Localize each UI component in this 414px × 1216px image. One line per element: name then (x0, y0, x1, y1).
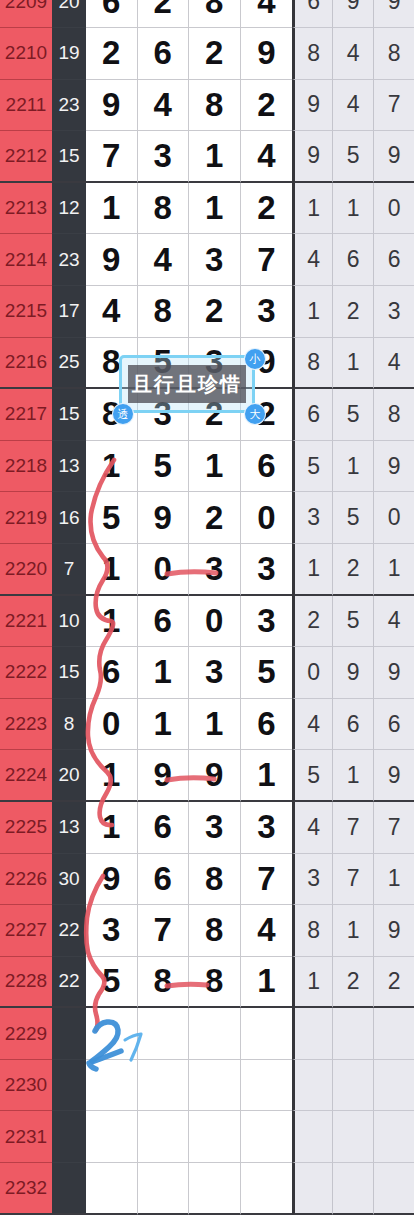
main-digit-cell: 9 (138, 492, 190, 544)
extra-digit-cell: 5 (333, 596, 374, 648)
main-digit-cell (86, 1060, 138, 1112)
sum-cell: 15 (52, 647, 86, 699)
main-digit-cell: 1 (86, 441, 138, 493)
extra-digit-cell: 8 (374, 28, 414, 80)
issue-cell: 2226 (0, 854, 52, 906)
main-digit-cell: 2 (189, 28, 241, 80)
main-digit-cell: 4 (138, 80, 190, 132)
extra-digit-cell: 1 (333, 183, 374, 235)
issue-cell: 2227 (0, 905, 52, 957)
extra-digit-cell: 5 (333, 389, 374, 441)
main-digit-cell: 7 (86, 131, 138, 183)
sum-cell: 15 (52, 389, 86, 441)
main-digit-cell: 1 (86, 802, 138, 854)
main-digit-cell: 8 (189, 957, 241, 1009)
extra-digit-cell: 2 (333, 286, 374, 338)
main-digit-cell: 8 (138, 286, 190, 338)
extra-digit-cell: 1 (292, 544, 333, 596)
main-digit-cell: 3 (241, 286, 293, 338)
issue-cell: 2215 (0, 286, 52, 338)
main-digit-cell: 2 (138, 0, 190, 28)
watermark-selection-box[interactable]: 且行且珍惜 小 透 大 (119, 355, 255, 413)
main-digit-cell (138, 1060, 190, 1112)
main-digit-cell: 3 (241, 544, 293, 596)
row-2210: 2210192629848 (0, 28, 414, 80)
issue-cell: 2213 (0, 183, 52, 235)
extra-digit-cell: 4 (292, 234, 333, 286)
row-2229: 2229 (0, 1008, 414, 1060)
main-digit-cell: 3 (189, 234, 241, 286)
main-digit-cell (86, 1163, 138, 1215)
extra-digit-cell: 5 (292, 441, 333, 493)
row-2218: 2218131516519 (0, 441, 414, 493)
sum-cell: 20 (52, 750, 86, 802)
sum-cell (52, 1060, 86, 1112)
main-digit-cell: 1 (86, 750, 138, 802)
sum-cell: 10 (52, 596, 86, 648)
main-digit-cell: 1 (138, 647, 190, 699)
sum-cell: 22 (52, 905, 86, 957)
main-digit-cell: 8 (138, 957, 190, 1009)
issue-cell: 2214 (0, 234, 52, 286)
row-2230: 2230 (0, 1060, 414, 1112)
extra-digit-cell: 9 (374, 750, 414, 802)
extra-digit-cell (292, 1163, 333, 1215)
sum-cell: 15 (52, 131, 86, 183)
extra-digit-cell (374, 1008, 414, 1060)
extra-digit-cell (292, 1111, 333, 1163)
main-digit-cell: 9 (86, 854, 138, 906)
extra-digit-cell: 5 (333, 131, 374, 183)
issue-cell: 2223 (0, 699, 52, 751)
row-2212: 2212157314959 (0, 131, 414, 183)
main-digit-cell (241, 1008, 293, 1060)
extra-digit-cell: 6 (292, 0, 333, 28)
issue-cell: 2209 (0, 0, 52, 28)
extra-digit-cell (333, 1163, 374, 1215)
extra-digit-cell: 9 (374, 441, 414, 493)
extra-digit-cell (333, 1111, 374, 1163)
main-digit-cell: 1 (189, 131, 241, 183)
extra-digit-cell: 1 (374, 854, 414, 906)
extra-digit-cell: 2 (333, 544, 374, 596)
extra-digit-cell: 1 (333, 441, 374, 493)
extra-digit-cell: 4 (374, 596, 414, 648)
issue-cell: 2218 (0, 441, 52, 493)
sum-cell: 17 (52, 286, 86, 338)
extra-digit-cell: 9 (333, 647, 374, 699)
extra-digit-cell (292, 1060, 333, 1112)
extra-digit-cell: 9 (333, 0, 374, 28)
row-2227: 2227223784819 (0, 905, 414, 957)
main-digit-cell: 6 (241, 699, 293, 751)
row-2211: 2211239482947 (0, 80, 414, 132)
watermark-transparency-handle[interactable]: 透 (112, 403, 134, 425)
extra-digit-cell: 1 (333, 905, 374, 957)
main-digit-cell: 0 (86, 699, 138, 751)
row-2209: 2209206284699 (0, 0, 414, 28)
extra-digit-cell: 9 (374, 905, 414, 957)
issue-cell: 2222 (0, 647, 52, 699)
extra-digit-cell: 1 (292, 957, 333, 1009)
main-digit-cell: 3 (189, 544, 241, 596)
main-digit-cell: 0 (138, 544, 190, 596)
main-digit-cell: 1 (241, 750, 293, 802)
main-digit-cell: 9 (86, 234, 138, 286)
sum-cell (52, 1008, 86, 1060)
row-2221: 2221101603254 (0, 596, 414, 648)
extra-digit-cell: 5 (333, 492, 374, 544)
main-digit-cell (86, 1111, 138, 1163)
extra-digit-cell: 6 (374, 699, 414, 751)
extra-digit-cell (333, 1060, 374, 1112)
extra-digit-cell: 1 (333, 338, 374, 390)
issue-cell: 2216 (0, 338, 52, 390)
row-2220: 222071033121 (0, 544, 414, 596)
extra-digit-cell: 7 (374, 802, 414, 854)
main-digit-cell: 8 (189, 905, 241, 957)
lottery-trend-board: 2209206284699221019262984822112394829472… (0, 0, 414, 1215)
main-digit-cell: 9 (241, 28, 293, 80)
main-digit-cell: 7 (241, 234, 293, 286)
main-digit-cell (138, 1111, 190, 1163)
main-digit-cell: 6 (138, 28, 190, 80)
extra-digit-cell: 7 (374, 80, 414, 132)
issue-cell: 2230 (0, 1060, 52, 1112)
sum-cell: 23 (52, 234, 86, 286)
main-digit-cell: 1 (189, 441, 241, 493)
row-2222: 2222156135099 (0, 647, 414, 699)
extra-digit-cell: 8 (292, 28, 333, 80)
main-digit-cell: 9 (138, 750, 190, 802)
extra-digit-cell (292, 1008, 333, 1060)
extra-digit-cell: 2 (292, 596, 333, 648)
extra-digit-cell (374, 1111, 414, 1163)
extra-digit-cell: 6 (292, 389, 333, 441)
extra-digit-cell: 6 (333, 699, 374, 751)
main-digit-cell: 4 (86, 286, 138, 338)
main-digit-cell (138, 1163, 190, 1215)
main-digit-cell (189, 1008, 241, 1060)
sum-cell: 7 (52, 544, 86, 596)
extra-digit-cell (333, 1008, 374, 1060)
sum-cell (52, 1111, 86, 1163)
main-digit-cell (189, 1111, 241, 1163)
main-digit-cell: 6 (138, 596, 190, 648)
extra-digit-cell (374, 1163, 414, 1215)
extra-digit-cell: 1 (374, 544, 414, 596)
row-2214: 2214239437466 (0, 234, 414, 286)
extra-digit-cell: 1 (292, 183, 333, 235)
main-digit-cell: 6 (241, 441, 293, 493)
main-digit-cell: 0 (241, 492, 293, 544)
issue-cell: 2224 (0, 750, 52, 802)
issue-cell: 2211 (0, 80, 52, 132)
row-2215: 2215174823123 (0, 286, 414, 338)
extra-digit-cell: 3 (292, 854, 333, 906)
extra-digit-cell: 9 (374, 647, 414, 699)
issue-cell: 2232 (0, 1163, 52, 1215)
main-digit-cell: 1 (241, 957, 293, 1009)
main-digit-cell (241, 1060, 293, 1112)
issue-cell: 2217 (0, 389, 52, 441)
row-2225: 2225131633477 (0, 802, 414, 854)
main-digit-cell: 6 (138, 802, 190, 854)
extra-digit-cell: 8 (292, 905, 333, 957)
issue-cell: 2231 (0, 1111, 52, 1163)
extra-digit-cell: 1 (333, 750, 374, 802)
extra-digit-cell: 9 (292, 80, 333, 132)
main-digit-cell: 5 (241, 647, 293, 699)
main-digit-cell: 4 (241, 131, 293, 183)
row-2223: 222380116466 (0, 699, 414, 751)
main-digit-cell: 7 (138, 905, 190, 957)
main-digit-cell: 3 (86, 905, 138, 957)
issue-cell: 2221 (0, 596, 52, 648)
extra-digit-cell: 4 (333, 28, 374, 80)
issue-cell: 2219 (0, 492, 52, 544)
extra-digit-cell: 9 (292, 131, 333, 183)
extra-digit-cell: 3 (374, 286, 414, 338)
main-digit-cell: 2 (189, 492, 241, 544)
main-digit-cell: 1 (86, 183, 138, 235)
row-2228: 2228225881122 (0, 957, 414, 1009)
main-digit-cell: 1 (189, 183, 241, 235)
sum-cell: 19 (52, 28, 86, 80)
main-digit-cell: 4 (241, 905, 293, 957)
extra-digit-cell: 0 (374, 492, 414, 544)
main-digit-cell: 3 (241, 802, 293, 854)
extra-digit-cell: 2 (374, 957, 414, 1009)
extra-digit-cell: 7 (333, 854, 374, 906)
extra-digit-cell: 9 (374, 131, 414, 183)
main-digit-cell: 3 (241, 596, 293, 648)
sum-cell (52, 1163, 86, 1215)
extra-digit-cell: 7 (333, 802, 374, 854)
extra-digit-cell: 0 (374, 183, 414, 235)
main-digit-cell: 1 (86, 544, 138, 596)
main-digit-cell: 2 (241, 80, 293, 132)
issue-cell: 2229 (0, 1008, 52, 1060)
issue-cell: 2212 (0, 131, 52, 183)
sum-cell: 22 (52, 957, 86, 1009)
main-digit-cell: 2 (189, 286, 241, 338)
main-digit-cell: 5 (86, 957, 138, 1009)
main-digit-cell (241, 1163, 293, 1215)
extra-digit-cell (374, 1060, 414, 1112)
row-2232: 2232 (0, 1163, 414, 1215)
main-digit-cell (189, 1060, 241, 1112)
sum-cell: 13 (52, 802, 86, 854)
extra-digit-cell: 9 (374, 0, 414, 28)
main-digit-cell: 4 (138, 234, 190, 286)
main-digit-cell: 2 (86, 28, 138, 80)
extra-digit-cell: 8 (374, 389, 414, 441)
issue-cell: 2210 (0, 28, 52, 80)
main-digit-cell: 6 (138, 854, 190, 906)
extra-digit-cell: 4 (374, 338, 414, 390)
row-2231: 2231 (0, 1111, 414, 1163)
main-digit-cell (138, 1008, 190, 1060)
watermark-shrink-handle[interactable]: 小 (244, 348, 266, 370)
extra-digit-cell: 4 (333, 80, 374, 132)
main-digit-cell: 8 (189, 854, 241, 906)
main-digit-cell: 8 (189, 0, 241, 28)
sum-cell: 23 (52, 80, 86, 132)
main-digit-cell (86, 1008, 138, 1060)
extra-digit-cell: 4 (292, 699, 333, 751)
main-digit-cell: 8 (138, 183, 190, 235)
main-digit-cell: 8 (189, 80, 241, 132)
extra-digit-cell: 8 (292, 338, 333, 390)
extra-digit-cell: 4 (292, 802, 333, 854)
issue-cell: 2225 (0, 802, 52, 854)
sum-cell: 25 (52, 338, 86, 390)
extra-digit-cell: 0 (292, 647, 333, 699)
watermark-text: 且行且珍惜 (128, 365, 246, 403)
main-digit-cell: 3 (189, 802, 241, 854)
main-digit-cell: 7 (241, 854, 293, 906)
row-2219: 2219165920350 (0, 492, 414, 544)
row-2213: 2213121812110 (0, 183, 414, 235)
main-digit-cell: 9 (189, 750, 241, 802)
main-digit-cell: 6 (86, 0, 138, 28)
main-digit-cell: 1 (189, 699, 241, 751)
main-digit-cell: 3 (138, 131, 190, 183)
sum-cell: 12 (52, 183, 86, 235)
main-digit-cell: 5 (138, 441, 190, 493)
issue-cell: 2228 (0, 957, 52, 1009)
main-digit-cell: 0 (189, 596, 241, 648)
sum-cell: 13 (52, 441, 86, 493)
sum-cell: 30 (52, 854, 86, 906)
watermark-enlarge-handle[interactable]: 大 (244, 403, 266, 425)
extra-digit-cell: 2 (333, 957, 374, 1009)
row-2224: 2224201991519 (0, 750, 414, 802)
main-digit-cell: 5 (86, 492, 138, 544)
main-digit-cell: 6 (86, 647, 138, 699)
main-digit-cell: 1 (138, 699, 190, 751)
main-digit-cell: 9 (86, 80, 138, 132)
main-digit-cell: 3 (189, 647, 241, 699)
row-2226: 2226309687371 (0, 854, 414, 906)
extra-digit-cell: 3 (292, 492, 333, 544)
sum-cell: 20 (52, 0, 86, 28)
main-digit-cell (241, 1111, 293, 1163)
sum-cell: 8 (52, 699, 86, 751)
sum-cell: 16 (52, 492, 86, 544)
main-digit-cell: 4 (241, 0, 293, 28)
main-digit-cell (189, 1163, 241, 1215)
extra-digit-cell: 6 (374, 234, 414, 286)
main-digit-cell: 2 (241, 183, 293, 235)
extra-digit-cell: 6 (333, 234, 374, 286)
extra-digit-cell: 1 (292, 286, 333, 338)
main-digit-cell: 1 (86, 596, 138, 648)
extra-digit-cell: 5 (292, 750, 333, 802)
issue-cell: 2220 (0, 544, 52, 596)
